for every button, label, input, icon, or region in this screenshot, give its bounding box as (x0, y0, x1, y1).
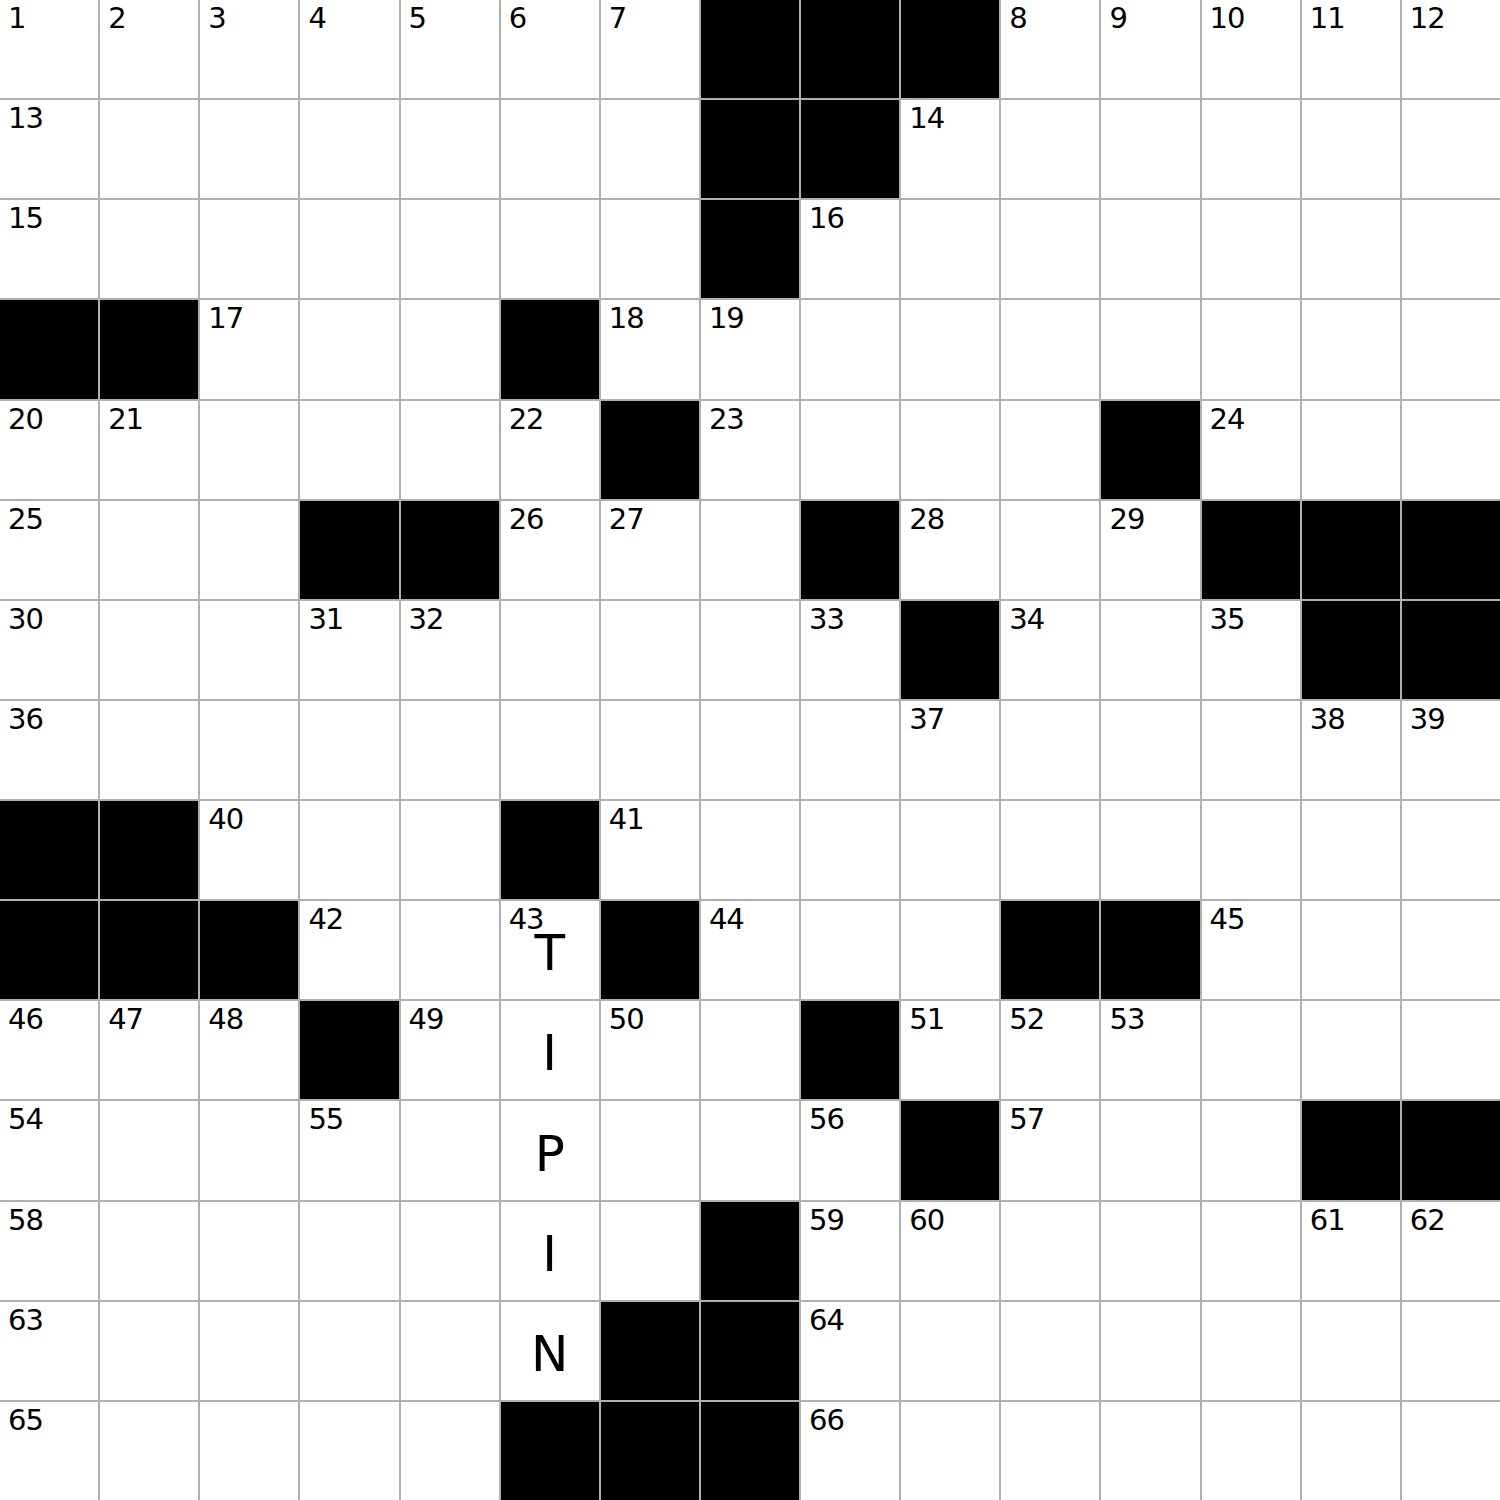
grid-cell[interactable] (701, 801, 799, 899)
grid-cell[interactable]: 27 (601, 501, 699, 599)
grid-cell[interactable] (100, 1302, 198, 1400)
black-cell (601, 1302, 699, 1400)
clue-number: 32 (409, 604, 444, 636)
clue-number: 66 (809, 1405, 844, 1437)
clue-number: 55 (308, 1104, 343, 1136)
clue-number: 53 (1109, 1004, 1144, 1036)
grid-cell[interactable]: 29 (1101, 501, 1199, 599)
clue-number: 49 (409, 1004, 444, 1036)
grid-cell[interactable] (1101, 1302, 1199, 1400)
clue-number: 50 (609, 1004, 644, 1036)
grid-cell[interactable] (1202, 1402, 1300, 1500)
black-cell (1202, 501, 1300, 599)
grid-cell[interactable] (501, 701, 599, 799)
grid-cell[interactable] (200, 1202, 298, 1300)
black-cell (0, 901, 98, 999)
grid-cell[interactable]: 57 (1001, 1101, 1099, 1199)
black-cell (1302, 501, 1400, 599)
black-cell (300, 1001, 398, 1099)
grid-cell[interactable]: I (501, 1001, 599, 1099)
grid-cell[interactable]: 15 (0, 200, 98, 298)
grid-cell[interactable]: 7 (601, 0, 699, 98)
grid-cell[interactable]: 22 (501, 401, 599, 499)
grid-cell[interactable] (701, 601, 799, 699)
grid-cell[interactable]: 34 (1001, 601, 1099, 699)
black-cell (701, 1302, 799, 1400)
grid-cell[interactable] (1101, 300, 1199, 398)
grid-cell[interactable]: 55 (300, 1101, 398, 1199)
grid-cell[interactable]: 66 (801, 1402, 899, 1500)
clue-number: 30 (8, 604, 43, 636)
grid-cell[interactable] (1101, 100, 1199, 198)
black-cell (1402, 1101, 1500, 1199)
grid-cell[interactable] (1302, 1402, 1400, 1500)
grid-cell[interactable] (1001, 100, 1099, 198)
grid-cell[interactable]: 1 (0, 0, 98, 98)
grid-cell[interactable] (801, 901, 899, 999)
grid-cell[interactable]: 50 (601, 1001, 699, 1099)
grid-cell[interactable]: 64 (801, 1302, 899, 1400)
grid-cell[interactable] (901, 901, 999, 999)
grid-cell[interactable] (401, 1202, 499, 1300)
clue-number: 41 (609, 804, 644, 836)
grid-cell[interactable] (1101, 601, 1199, 699)
grid-cell[interactable] (100, 501, 198, 599)
grid-cell[interactable] (501, 200, 599, 298)
grid-cell[interactable]: 45 (1202, 901, 1300, 999)
clue-number: 7 (609, 3, 626, 35)
grid-cell[interactable] (200, 1101, 298, 1199)
grid-cell[interactable]: 19 (701, 300, 799, 398)
black-cell (1302, 601, 1400, 699)
clue-number: 51 (909, 1004, 944, 1036)
grid-cell[interactable] (1202, 1001, 1300, 1099)
grid-cell[interactable] (300, 401, 398, 499)
clue-number: 3 (208, 3, 225, 35)
grid-cell[interactable]: 11 (1302, 0, 1400, 98)
grid-cell[interactable] (300, 1402, 398, 1500)
grid-cell[interactable] (801, 801, 899, 899)
grid-cell[interactable]: 54 (0, 1101, 98, 1199)
grid-cell[interactable]: 28 (901, 501, 999, 599)
grid-cell[interactable]: 40 (200, 801, 298, 899)
grid-cell[interactable] (1202, 100, 1300, 198)
grid-cell[interactable] (901, 200, 999, 298)
grid-cell[interactable] (601, 1202, 699, 1300)
grid-cell[interactable] (1001, 200, 1099, 298)
clue-number: 35 (1210, 604, 1245, 636)
grid-cell[interactable] (100, 100, 198, 198)
grid-cell[interactable] (1202, 801, 1300, 899)
grid-cell[interactable] (601, 100, 699, 198)
grid-cell[interactable] (401, 701, 499, 799)
grid-cell[interactable] (401, 200, 499, 298)
grid-cell[interactable]: 4 (300, 0, 398, 98)
grid-cell[interactable] (300, 100, 398, 198)
grid-cell[interactable] (1302, 401, 1400, 499)
black-cell (901, 1101, 999, 1199)
black-cell (100, 801, 198, 899)
grid-cell[interactable]: 21 (100, 401, 198, 499)
grid-cell[interactable] (1402, 1302, 1500, 1400)
grid-cell[interactable] (1001, 801, 1099, 899)
grid-cell[interactable]: 46 (0, 1001, 98, 1099)
grid-cell[interactable]: 53 (1101, 1001, 1199, 1099)
grid-cell[interactable] (1302, 100, 1400, 198)
grid-cell[interactable] (1001, 300, 1099, 398)
clue-number: 57 (1009, 1104, 1044, 1136)
grid-cell[interactable] (200, 401, 298, 499)
clue-number: 33 (809, 604, 844, 636)
black-cell (801, 501, 899, 599)
grid-cell[interactable]: 41 (601, 801, 699, 899)
grid-cell[interactable] (1202, 701, 1300, 799)
grid-cell[interactable]: 10 (1202, 0, 1300, 98)
grid-cell[interactable] (1402, 300, 1500, 398)
grid-cell[interactable] (1302, 200, 1400, 298)
grid-cell[interactable] (1202, 300, 1300, 398)
grid-cell[interactable] (901, 300, 999, 398)
grid-cell[interactable]: 23 (701, 401, 799, 499)
grid-cell[interactable] (100, 1101, 198, 1199)
clue-number: 18 (609, 303, 644, 335)
grid-cell[interactable]: 13 (0, 100, 98, 198)
clue-number: 27 (609, 504, 644, 536)
grid-cell[interactable]: 61 (1302, 1202, 1400, 1300)
grid-cell[interactable] (1402, 1001, 1500, 1099)
clue-number: 52 (1009, 1004, 1044, 1036)
grid-cell[interactable] (1402, 100, 1500, 198)
grid-cell[interactable] (401, 901, 499, 999)
filled-letter: P (535, 1125, 565, 1183)
clue-number: 22 (509, 404, 544, 436)
grid-cell[interactable]: 26 (501, 501, 599, 599)
black-cell (801, 1001, 899, 1099)
clue-number: 58 (8, 1205, 43, 1237)
clue-number: 42 (308, 904, 343, 936)
grid-cell[interactable] (1001, 1202, 1099, 1300)
clue-number: 4 (308, 3, 325, 35)
grid-cell[interactable] (100, 701, 198, 799)
grid-cell[interactable] (200, 1402, 298, 1500)
grid-cell[interactable]: 47 (100, 1001, 198, 1099)
grid-cell[interactable]: 58 (0, 1202, 98, 1300)
grid-cell[interactable]: 51 (901, 1001, 999, 1099)
grid-cell[interactable] (1101, 801, 1199, 899)
clue-number: 2 (108, 3, 125, 35)
black-cell (601, 1402, 699, 1500)
grid-cell[interactable]: 9 (1101, 0, 1199, 98)
grid-cell[interactable] (1101, 1101, 1199, 1199)
black-cell (1001, 901, 1099, 999)
grid-cell[interactable] (1001, 701, 1099, 799)
clue-number: 60 (909, 1205, 944, 1237)
clue-number: 13 (8, 103, 43, 135)
grid-cell[interactable] (501, 100, 599, 198)
black-cell (401, 501, 499, 599)
grid-cell[interactable] (1101, 701, 1199, 799)
black-cell (501, 1402, 599, 1500)
grid-cell[interactable] (801, 401, 899, 499)
filled-letter: I (542, 1024, 557, 1082)
grid-cell[interactable] (401, 300, 499, 398)
grid-cell[interactable]: 38 (1302, 701, 1400, 799)
grid-cell[interactable]: 6 (501, 0, 599, 98)
grid-cell[interactable]: 12 (1402, 0, 1500, 98)
clue-number: 44 (709, 904, 744, 936)
grid-cell[interactable]: 30 (0, 601, 98, 699)
clue-number: 36 (8, 704, 43, 736)
grid-cell[interactable] (1402, 801, 1500, 899)
grid-cell[interactable] (601, 1101, 699, 1199)
grid-cell[interactable] (100, 1402, 198, 1500)
grid-cell[interactable] (901, 401, 999, 499)
grid-cell[interactable]: 60 (901, 1202, 999, 1300)
grid-cell[interactable] (601, 200, 699, 298)
grid-cell[interactable] (801, 701, 899, 799)
grid-cell[interactable] (300, 1302, 398, 1400)
grid-cell[interactable] (901, 1302, 999, 1400)
black-cell (1101, 401, 1199, 499)
black-cell (200, 901, 298, 999)
clue-number: 46 (8, 1004, 43, 1036)
clue-number: 5 (409, 3, 426, 35)
black-cell (701, 0, 799, 98)
grid-cell[interactable] (1302, 300, 1400, 398)
grid-cell[interactable] (1202, 200, 1300, 298)
grid-cell[interactable] (1101, 1202, 1199, 1300)
grid-cell[interactable]: 31 (300, 601, 398, 699)
clue-number: 17 (208, 303, 243, 335)
clue-number: 26 (509, 504, 544, 536)
clue-number: 43 (509, 904, 544, 936)
grid-cell[interactable]: 36 (0, 701, 98, 799)
black-cell (701, 200, 799, 298)
black-cell (0, 300, 98, 398)
grid-cell[interactable] (1001, 1302, 1099, 1400)
grid-cell[interactable]: 5 (401, 0, 499, 98)
grid-cell[interactable]: 65 (0, 1402, 98, 1500)
grid-cell[interactable] (200, 501, 298, 599)
grid-cell[interactable]: 35 (1202, 601, 1300, 699)
clue-number: 1 (8, 3, 25, 35)
grid-cell[interactable] (701, 501, 799, 599)
clue-number: 64 (809, 1305, 844, 1337)
black-cell (601, 401, 699, 499)
grid-cell[interactable] (200, 701, 298, 799)
clue-number: 15 (8, 203, 43, 235)
crossword-grid: 1234567891011121314151617181920212223242… (0, 0, 1500, 1500)
clue-number: 9 (1109, 3, 1126, 35)
grid-cell[interactable] (200, 1302, 298, 1400)
grid-cell[interactable]: 8 (1001, 0, 1099, 98)
grid-cell[interactable] (100, 200, 198, 298)
clue-number: 25 (8, 504, 43, 536)
grid-cell[interactable]: 18 (601, 300, 699, 398)
clue-number: 63 (8, 1305, 43, 1337)
grid-cell[interactable] (1402, 901, 1500, 999)
grid-cell[interactable]: 59 (801, 1202, 899, 1300)
black-cell (300, 501, 398, 599)
clue-number: 10 (1210, 3, 1245, 35)
grid-cell[interactable]: 42 (300, 901, 398, 999)
grid-cell[interactable] (1101, 200, 1199, 298)
grid-cell[interactable] (100, 1202, 198, 1300)
grid-cell[interactable] (601, 601, 699, 699)
grid-cell[interactable]: 33 (801, 601, 899, 699)
grid-cell[interactable]: P (501, 1101, 599, 1199)
clue-number: 6 (509, 3, 526, 35)
clue-number: 40 (208, 804, 243, 836)
grid-cell[interactable]: 48 (200, 1001, 298, 1099)
clue-number: 21 (108, 404, 143, 436)
clue-number: 61 (1310, 1205, 1345, 1237)
grid-cell[interactable] (601, 701, 699, 799)
grid-cell[interactable] (401, 801, 499, 899)
grid-cell[interactable]: I (501, 1202, 599, 1300)
black-cell (901, 601, 999, 699)
grid-cell[interactable] (200, 100, 298, 198)
black-cell (100, 300, 198, 398)
black-cell (100, 901, 198, 999)
grid-cell[interactable] (1302, 1001, 1400, 1099)
grid-cell[interactable] (1001, 501, 1099, 599)
grid-cell[interactable]: 56 (801, 1101, 899, 1199)
grid-cell[interactable] (100, 601, 198, 699)
clue-number: 62 (1410, 1205, 1445, 1237)
black-cell (701, 1202, 799, 1300)
black-cell (501, 300, 599, 398)
clue-number: 23 (709, 404, 744, 436)
filled-letter: N (531, 1325, 568, 1383)
black-cell (801, 0, 899, 98)
grid-cell[interactable] (1302, 1302, 1400, 1400)
black-cell (501, 801, 599, 899)
clue-number: 47 (108, 1004, 143, 1036)
black-cell (601, 901, 699, 999)
grid-cell[interactable]: 52 (1001, 1001, 1099, 1099)
grid-cell[interactable] (1402, 200, 1500, 298)
grid-cell[interactable] (1402, 401, 1500, 499)
black-cell (901, 0, 999, 98)
grid-cell[interactable] (300, 801, 398, 899)
grid-cell[interactable] (501, 601, 599, 699)
grid-cell[interactable]: 62 (1402, 1202, 1500, 1300)
clue-number: 19 (709, 303, 744, 335)
black-cell (1402, 501, 1500, 599)
grid-cell[interactable]: 63 (0, 1302, 98, 1400)
grid-cell[interactable]: 17 (200, 300, 298, 398)
clue-number: 31 (308, 604, 343, 636)
grid-cell[interactable] (200, 200, 298, 298)
grid-cell[interactable] (1101, 1402, 1199, 1500)
grid-cell[interactable] (1402, 1402, 1500, 1500)
grid-cell[interactable]: 25 (0, 501, 98, 599)
grid-cell[interactable] (1202, 1101, 1300, 1199)
grid-cell[interactable] (300, 1202, 398, 1300)
clue-number: 16 (809, 203, 844, 235)
grid-cell[interactable]: 20 (0, 401, 98, 499)
grid-cell[interactable] (901, 1402, 999, 1500)
clue-number: 48 (208, 1004, 243, 1036)
grid-cell[interactable]: 37 (901, 701, 999, 799)
clue-number: 8 (1009, 3, 1026, 35)
grid-cell[interactable] (1302, 801, 1400, 899)
black-cell (1302, 1101, 1400, 1199)
black-cell (701, 1402, 799, 1500)
clue-number: 37 (909, 704, 944, 736)
grid-cell[interactable] (701, 1101, 799, 1199)
grid-cell[interactable]: N (501, 1302, 599, 1400)
black-cell (1402, 601, 1500, 699)
black-cell (701, 100, 799, 198)
grid-cell[interactable] (901, 801, 999, 899)
clue-number: 20 (8, 404, 43, 436)
clue-number: 56 (809, 1104, 844, 1136)
clue-number: 11 (1310, 3, 1345, 35)
grid-cell[interactable] (801, 300, 899, 398)
filled-letter: I (542, 1225, 557, 1283)
grid-cell[interactable] (401, 1402, 499, 1500)
clue-number: 59 (809, 1205, 844, 1237)
grid-cell[interactable] (701, 1001, 799, 1099)
grid-cell[interactable] (300, 200, 398, 298)
grid-cell[interactable] (1302, 901, 1400, 999)
grid-cell[interactable] (1001, 1402, 1099, 1500)
clue-number: 38 (1310, 704, 1345, 736)
grid-cell[interactable]: 43T (501, 901, 599, 999)
black-cell (801, 100, 899, 198)
grid-cell[interactable]: 49 (401, 1001, 499, 1099)
clue-number: 39 (1410, 704, 1445, 736)
clue-number: 14 (909, 103, 944, 135)
grid-cell[interactable] (401, 401, 499, 499)
grid-cell[interactable]: 39 (1402, 701, 1500, 799)
clue-number: 28 (909, 504, 944, 536)
clue-number: 29 (1109, 504, 1144, 536)
grid-cell[interactable]: 24 (1202, 401, 1300, 499)
black-cell (0, 801, 98, 899)
clue-number: 65 (8, 1405, 43, 1437)
grid-cell[interactable] (300, 701, 398, 799)
clue-number: 34 (1009, 604, 1044, 636)
grid-cell[interactable]: 16 (801, 200, 899, 298)
grid-cell[interactable] (401, 1101, 499, 1199)
grid-cell[interactable]: 2 (100, 0, 198, 98)
grid-cell[interactable] (401, 100, 499, 198)
grid-cell[interactable] (1202, 1302, 1300, 1400)
grid-cell[interactable]: 32 (401, 601, 499, 699)
clue-number: 45 (1210, 904, 1245, 936)
grid-cell[interactable] (701, 701, 799, 799)
grid-cell[interactable]: 3 (200, 0, 298, 98)
grid-cell[interactable]: 44 (701, 901, 799, 999)
grid-cell[interactable] (1001, 401, 1099, 499)
grid-cell[interactable]: 14 (901, 100, 999, 198)
clue-number: 12 (1410, 3, 1445, 35)
grid-cell[interactable] (401, 1302, 499, 1400)
black-cell (1101, 901, 1199, 999)
clue-number: 54 (8, 1104, 43, 1136)
grid-cell[interactable] (300, 300, 398, 398)
grid-cell[interactable] (1202, 1202, 1300, 1300)
clue-number: 24 (1210, 404, 1245, 436)
grid-cell[interactable] (200, 601, 298, 699)
